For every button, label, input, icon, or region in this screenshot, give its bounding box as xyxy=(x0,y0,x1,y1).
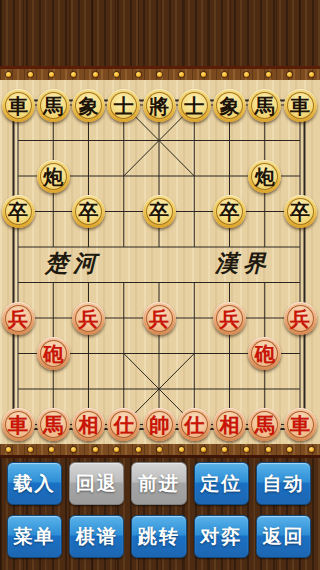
board-piece-black[interactable]: 車 xyxy=(284,89,317,122)
piece-face: 士 xyxy=(181,92,208,119)
piece-face: 象 xyxy=(216,92,243,119)
piece-character: 兵 xyxy=(79,308,99,329)
gold-stud-icon xyxy=(71,72,76,77)
piece-character: 車 xyxy=(290,95,310,116)
piece-character: 士 xyxy=(184,95,204,116)
board-piece-black[interactable]: 車 xyxy=(2,89,35,122)
gold-stud-icon xyxy=(287,72,292,77)
game-record-button[interactable]: 棋谱 xyxy=(69,515,124,558)
board-piece-black[interactable]: 象 xyxy=(72,89,105,122)
toolbar-row-2: 菜单 棋谱 跳转 对弈 返回 xyxy=(7,515,312,558)
piece-character: 帥 xyxy=(149,414,169,435)
piece-character: 砲 xyxy=(43,343,63,364)
piece-character: 仕 xyxy=(184,414,204,435)
piece-character: 車 xyxy=(8,95,28,116)
piece-face: 馬 xyxy=(251,92,278,119)
piece-character: 馬 xyxy=(255,414,275,435)
gold-stud-icon xyxy=(244,447,249,452)
piece-face: 帥 xyxy=(146,411,173,438)
gold-stud-icon xyxy=(93,447,98,452)
gold-stud-icon xyxy=(157,447,162,452)
board-piece-red[interactable]: 馬 xyxy=(37,408,70,441)
piece-face: 仕 xyxy=(110,411,137,438)
piece-character: 砲 xyxy=(255,343,275,364)
gold-stud-icon xyxy=(179,72,184,77)
piece-character: 相 xyxy=(79,414,99,435)
piece-face: 兵 xyxy=(287,305,314,332)
river-label-han-border: 漢界 xyxy=(198,248,288,278)
gold-stud-icon xyxy=(201,72,206,77)
piece-face: 車 xyxy=(287,411,314,438)
piece-character: 士 xyxy=(114,95,134,116)
piece-face: 兵 xyxy=(146,305,173,332)
piece-character: 卒 xyxy=(290,201,310,222)
piece-character: 馬 xyxy=(43,95,63,116)
piece-character: 卒 xyxy=(8,201,28,222)
piece-face: 卒 xyxy=(287,198,314,225)
piece-character: 兵 xyxy=(149,308,169,329)
undo-button[interactable]: 回退 xyxy=(69,462,124,505)
gold-stud-icon xyxy=(244,72,249,77)
gold-stud-icon xyxy=(309,447,314,452)
piece-character: 馬 xyxy=(43,414,63,435)
piece-character: 車 xyxy=(290,414,310,435)
gold-stud-icon xyxy=(179,447,184,452)
xiangqi-board[interactable]: 楚河 漢界 車馬象士將士象馬車炮炮卒卒卒卒卒兵兵兵兵兵砲砲車馬相仕帥仕相馬車 xyxy=(0,80,320,444)
piece-character: 卒 xyxy=(79,201,99,222)
piece-face: 車 xyxy=(5,411,32,438)
board-piece-black[interactable]: 馬 xyxy=(37,89,70,122)
piece-face: 兵 xyxy=(5,305,32,332)
locate-button[interactable]: 定位 xyxy=(194,462,249,505)
piece-face: 士 xyxy=(110,92,137,119)
piece-face: 車 xyxy=(5,92,32,119)
board-piece-black[interactable]: 卒 xyxy=(284,195,317,228)
return-button[interactable]: 返回 xyxy=(256,515,311,558)
app-screen: 楚河 漢界 車馬象士將士象馬車炮炮卒卒卒卒卒兵兵兵兵兵砲砲車馬相仕帥仕相馬車 载… xyxy=(0,0,320,570)
gold-stud-icon xyxy=(222,447,227,452)
board-piece-red[interactable]: 兵 xyxy=(2,302,35,335)
piece-face: 炮 xyxy=(40,163,67,190)
board-piece-red[interactable]: 相 xyxy=(213,408,246,441)
board-piece-red[interactable]: 帥 xyxy=(143,408,176,441)
gold-stud-icon xyxy=(28,72,33,77)
gold-stud-icon xyxy=(287,447,292,452)
gold-stud-icon xyxy=(114,447,119,452)
auto-button[interactable]: 自动 xyxy=(256,462,311,505)
piece-character: 車 xyxy=(8,414,28,435)
piece-face: 相 xyxy=(75,411,102,438)
gold-stud-icon xyxy=(6,72,11,77)
board-piece-black[interactable]: 將 xyxy=(143,89,176,122)
piece-face: 將 xyxy=(146,92,173,119)
board-piece-red[interactable]: 仕 xyxy=(178,408,211,441)
piece-face: 砲 xyxy=(40,340,67,367)
gold-stud-icon xyxy=(6,447,11,452)
piece-character: 兵 xyxy=(8,308,28,329)
piece-face: 炮 xyxy=(251,163,278,190)
board-piece-black[interactable]: 卒 xyxy=(72,195,105,228)
gold-stud-icon xyxy=(71,447,76,452)
piece-face: 相 xyxy=(216,411,243,438)
piece-character: 炮 xyxy=(43,166,63,187)
piece-face: 卒 xyxy=(146,198,173,225)
gold-stud-icon xyxy=(266,72,271,77)
board-piece-red[interactable]: 相 xyxy=(72,408,105,441)
piece-face: 卒 xyxy=(75,198,102,225)
piece-character: 將 xyxy=(149,95,169,116)
gold-stud-icon xyxy=(157,72,162,77)
menu-button[interactable]: 菜单 xyxy=(7,515,62,558)
piece-face: 兵 xyxy=(75,305,102,332)
board-piece-black[interactable]: 馬 xyxy=(248,89,281,122)
piece-character: 兵 xyxy=(220,308,240,329)
piece-face: 兵 xyxy=(216,305,243,332)
toolbar-row-1: 载入 回退 前进 定位 自动 xyxy=(7,462,312,505)
jump-button[interactable]: 跳转 xyxy=(131,515,186,558)
gold-stud-icon xyxy=(93,72,98,77)
gold-stud-icon xyxy=(49,72,54,77)
piece-face: 卒 xyxy=(5,198,32,225)
board-piece-black[interactable]: 象 xyxy=(213,89,246,122)
gold-stud-icon xyxy=(114,72,119,77)
piece-character: 仕 xyxy=(114,414,134,435)
piece-character: 相 xyxy=(220,414,240,435)
piece-character: 象 xyxy=(79,95,99,116)
board-piece-red[interactable]: 砲 xyxy=(37,337,70,370)
piece-character: 馬 xyxy=(255,95,275,116)
piece-face: 卒 xyxy=(216,198,243,225)
board-piece-red[interactable]: 兵 xyxy=(213,302,246,335)
gold-stud-icon xyxy=(309,72,314,77)
board-piece-black[interactable]: 炮 xyxy=(248,160,281,193)
piece-face: 仕 xyxy=(181,411,208,438)
piece-character: 卒 xyxy=(149,201,169,222)
gold-stud-icon xyxy=(222,72,227,77)
board-piece-black[interactable]: 卒 xyxy=(2,195,35,228)
piece-face: 馬 xyxy=(40,92,67,119)
board-piece-black[interactable]: 士 xyxy=(107,89,140,122)
gold-stud-icon xyxy=(201,447,206,452)
board-piece-black[interactable]: 卒 xyxy=(143,195,176,228)
board-piece-red[interactable]: 車 xyxy=(284,408,317,441)
piece-character: 炮 xyxy=(255,166,275,187)
board-frame-top xyxy=(0,66,320,80)
piece-face: 馬 xyxy=(40,411,67,438)
board-piece-black[interactable]: 卒 xyxy=(213,195,246,228)
load-button[interactable]: 载入 xyxy=(7,462,62,505)
gold-stud-icon xyxy=(266,447,271,452)
piece-face: 象 xyxy=(75,92,102,119)
gold-stud-icon xyxy=(136,72,141,77)
piece-character: 卒 xyxy=(220,201,240,222)
play-button[interactable]: 对弈 xyxy=(194,515,249,558)
board-piece-black[interactable]: 士 xyxy=(178,89,211,122)
board-piece-red[interactable]: 兵 xyxy=(284,302,317,335)
piece-character: 象 xyxy=(220,95,240,116)
gold-stud-icon xyxy=(28,447,33,452)
board-piece-red[interactable]: 車 xyxy=(2,408,35,441)
gold-stud-icon xyxy=(136,447,141,452)
board-piece-red[interactable]: 兵 xyxy=(143,302,176,335)
piece-face: 砲 xyxy=(251,340,278,367)
piece-face: 車 xyxy=(287,92,314,119)
board-frame-bottom xyxy=(0,444,320,458)
piece-character: 兵 xyxy=(290,308,310,329)
board-piece-black[interactable]: 炮 xyxy=(37,160,70,193)
forward-button[interactable]: 前进 xyxy=(131,462,186,505)
river-label-chu-river: 楚河 xyxy=(28,248,118,278)
piece-face: 馬 xyxy=(251,411,278,438)
board-piece-red[interactable]: 兵 xyxy=(72,302,105,335)
gold-stud-icon xyxy=(49,447,54,452)
